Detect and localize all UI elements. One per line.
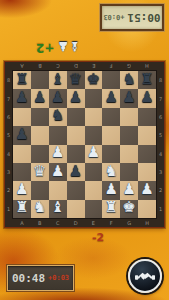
file-labels-top: ABCDEFGH — [13, 62, 156, 70]
coord-label: C — [49, 219, 67, 227]
square-g3[interactable] — [120, 163, 138, 181]
square-c5[interactable] — [49, 126, 67, 144]
square-g8[interactable]: ♞ — [120, 71, 138, 89]
coord-label: D — [67, 62, 85, 70]
coord-label: C — [49, 62, 67, 70]
white-knight-piece: ♞ — [33, 200, 46, 215]
coord-label: 2 — [5, 181, 12, 199]
black-king-piece: ♚ — [87, 72, 100, 87]
black-pawn-piece: ♟ — [122, 90, 135, 105]
coord-label: 3 — [157, 163, 164, 181]
coord-label: G — [120, 219, 138, 227]
draw-offer-button[interactable] — [128, 259, 162, 293]
captured-pieces: ♝♟ — [57, 39, 80, 58]
coord-label: H — [138, 62, 156, 70]
black-knight-piece: ♞ — [122, 72, 135, 87]
square-d3[interactable]: ♟ — [67, 163, 85, 181]
square-d1[interactable] — [67, 200, 85, 218]
square-a3[interactable] — [13, 163, 31, 181]
coord-label: 6 — [157, 108, 164, 126]
square-g1[interactable]: ♚ — [120, 200, 138, 218]
square-b2[interactable] — [31, 181, 49, 199]
square-c3[interactable]: ♟ — [49, 163, 67, 181]
square-a1[interactable]: ♜ — [13, 200, 31, 218]
black-pawn-piece: ♟ — [15, 90, 28, 105]
square-d8[interactable]: ♛ — [67, 71, 85, 89]
square-f6[interactable] — [102, 108, 120, 126]
black-queen-piece: ♛ — [69, 72, 82, 87]
black-bishop-piece: ♝ — [51, 72, 64, 87]
square-f3[interactable]: ♞ — [102, 163, 120, 181]
square-e8[interactable]: ♚ — [85, 71, 103, 89]
coord-label: 3 — [5, 163, 12, 181]
black-pawn-piece: ♟ — [33, 90, 46, 105]
handshake-icon — [135, 270, 155, 283]
square-f1[interactable]: ♜ — [102, 200, 120, 218]
square-f2[interactable]: ♟ — [102, 181, 120, 199]
black-pawn-piece: ♟ — [15, 127, 28, 142]
white-pawn-piece: ♟ — [105, 182, 118, 197]
square-f5[interactable] — [102, 126, 120, 144]
square-e7[interactable] — [85, 89, 103, 107]
coord-label: D — [67, 219, 85, 227]
coord-label: 7 — [5, 89, 12, 107]
black-pawn-piece: ♟ — [69, 164, 82, 179]
square-c4[interactable]: ♟ — [49, 145, 67, 163]
coord-label: 4 — [157, 145, 164, 163]
opponent-time: 00:51 — [127, 11, 160, 24]
square-c6[interactable]: ♞ — [49, 108, 67, 126]
opponent-captured-row: ♝♟ +2 — [36, 38, 81, 58]
white-knight-piece: ♞ — [105, 164, 118, 179]
black-pawn-piece: ♟ — [69, 90, 82, 105]
square-h6[interactable] — [138, 108, 156, 126]
opponent-increment: +0:03 — [103, 14, 124, 22]
square-e3[interactable] — [85, 163, 103, 181]
player-time: 00:48 — [12, 272, 45, 285]
coord-label: B — [31, 219, 49, 227]
file-labels-bottom: ABCDEFGH — [13, 219, 156, 227]
square-d2[interactable] — [67, 181, 85, 199]
square-d7[interactable]: ♟ — [67, 89, 85, 107]
square-a6[interactable] — [13, 108, 31, 126]
coord-label: 5 — [157, 126, 164, 144]
coord-label: F — [102, 219, 120, 227]
square-e5[interactable] — [85, 126, 103, 144]
white-pawn-piece: ♟ — [122, 182, 135, 197]
coord-label: H — [138, 219, 156, 227]
coord-label: B — [31, 62, 49, 70]
coord-label: E — [85, 62, 103, 70]
white-pawn-piece: ♟ — [87, 145, 100, 160]
square-g6[interactable] — [120, 108, 138, 126]
square-g4[interactable] — [120, 145, 138, 163]
square-f8[interactable] — [102, 71, 120, 89]
rank-labels-left: 87654321 — [5, 71, 12, 218]
square-c2[interactable] — [49, 181, 67, 199]
square-g2[interactable]: ♟ — [120, 181, 138, 199]
captured-white-pawn-icon: ♟ — [57, 40, 69, 55]
square-b7[interactable]: ♟ — [31, 89, 49, 107]
coord-label: 4 — [5, 145, 12, 163]
black-pawn-piece: ♟ — [105, 90, 118, 105]
square-b4[interactable] — [31, 145, 49, 163]
square-h7[interactable]: ♟ — [138, 89, 156, 107]
coord-label: 5 — [5, 126, 12, 144]
player-advantage: -2 — [92, 231, 104, 244]
black-rook-piece: ♜ — [140, 72, 153, 87]
square-c1[interactable]: ♝ — [49, 200, 67, 218]
square-a5[interactable]: ♟ — [13, 126, 31, 144]
square-c7[interactable]: ♟ — [49, 89, 67, 107]
square-d6[interactable] — [67, 108, 85, 126]
white-pawn-piece: ♟ — [51, 145, 64, 160]
square-a4[interactable] — [13, 145, 31, 163]
captured-white-bishop-icon: ♝ — [69, 40, 81, 55]
square-a7[interactable]: ♟ — [13, 89, 31, 107]
opponent-advantage: +2 — [36, 41, 54, 55]
square-e6[interactable] — [85, 108, 103, 126]
white-bishop-piece: ♝ — [51, 200, 64, 215]
coord-label: 6 — [5, 108, 12, 126]
black-rook-piece: ♜ — [15, 72, 28, 87]
black-knight-piece: ♞ — [51, 108, 64, 123]
white-pawn-piece: ♟ — [15, 182, 28, 197]
opponent-clock: 00:51 +0:03 — [100, 4, 164, 31]
square-g7[interactable]: ♟ — [120, 89, 138, 107]
black-pawn-piece: ♟ — [51, 90, 64, 105]
board-grid: ♜♝♛♚♞♜♟♟♟♟♟♟♟♞♟♟♟♛♟♟♞♟♟♟♟♜♞♝♜♚ — [13, 71, 156, 218]
coord-label: 2 — [157, 181, 164, 199]
square-a8[interactable]: ♜ — [13, 71, 31, 89]
square-e4[interactable]: ♟ — [85, 145, 103, 163]
square-h8[interactable]: ♜ — [138, 71, 156, 89]
white-king-piece: ♚ — [122, 200, 135, 215]
chess-board: ABCDEFGH ABCDEFGH 87654321 87654321 ♜♝♛♚… — [4, 61, 165, 228]
coord-label: 1 — [157, 200, 164, 218]
white-rook-piece: ♜ — [15, 200, 28, 215]
square-h3[interactable] — [138, 163, 156, 181]
square-h2[interactable]: ♟ — [138, 181, 156, 199]
square-a2[interactable]: ♟ — [13, 181, 31, 199]
square-h5[interactable] — [138, 126, 156, 144]
coord-label: F — [102, 62, 120, 70]
square-d4[interactable] — [67, 145, 85, 163]
square-b8[interactable] — [31, 71, 49, 89]
square-h4[interactable] — [138, 145, 156, 163]
coord-label: E — [85, 219, 103, 227]
square-d5[interactable] — [67, 126, 85, 144]
coord-label: 8 — [5, 71, 12, 89]
coord-label: 7 — [157, 89, 164, 107]
chess-app-screen: 00:51 +0:03 ♝♟ +2 ABCDEFGH ABCDEFGH 8765… — [0, 0, 169, 300]
coord-label: G — [120, 62, 138, 70]
white-pawn-piece: ♟ — [51, 164, 64, 179]
black-pawn-piece: ♟ — [140, 90, 153, 105]
coord-label: A — [13, 62, 31, 70]
square-e2[interactable] — [85, 181, 103, 199]
white-pawn-piece: ♟ — [140, 182, 153, 197]
coord-label: 1 — [5, 200, 12, 218]
square-b1[interactable]: ♞ — [31, 200, 49, 218]
square-c8[interactable]: ♝ — [49, 71, 67, 89]
square-f7[interactable]: ♟ — [102, 89, 120, 107]
white-rook-piece: ♜ — [105, 200, 118, 215]
rank-labels-right: 87654321 — [157, 71, 164, 218]
square-g5[interactable] — [120, 126, 138, 144]
white-queen-piece: ♛ — [33, 164, 46, 179]
square-b6[interactable] — [31, 108, 49, 126]
coord-label: A — [13, 219, 31, 227]
square-h1[interactable] — [138, 200, 156, 218]
square-e1[interactable] — [85, 200, 103, 218]
player-increment: +0:03 — [48, 274, 69, 282]
square-f4[interactable] — [102, 145, 120, 163]
player-clock: 00:48 +0:03 — [7, 265, 74, 291]
square-b3[interactable]: ♛ — [31, 163, 49, 181]
coord-label: 8 — [157, 71, 164, 89]
square-b5[interactable] — [31, 126, 49, 144]
